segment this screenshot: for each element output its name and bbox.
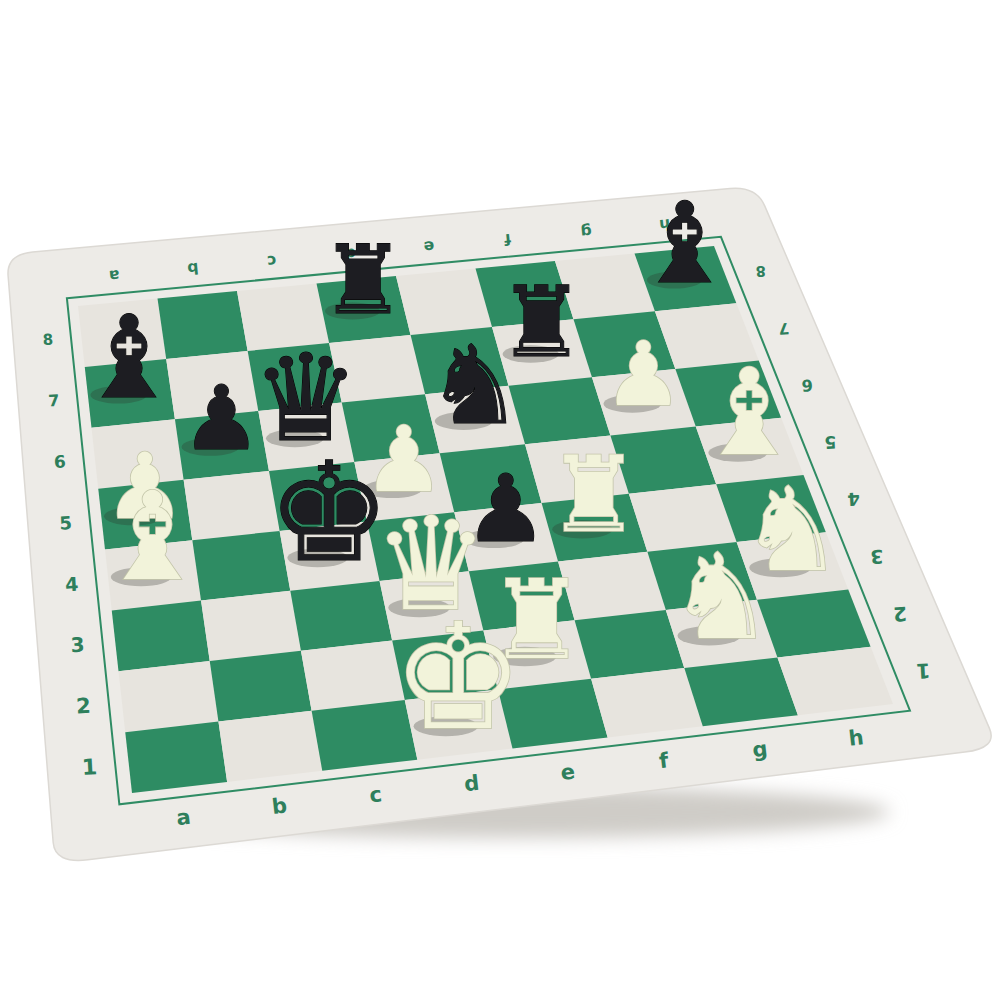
rank-label-left-5: 5 — [59, 512, 73, 534]
piece-glyph-bishop: ♝ — [78, 291, 180, 424]
file-label-far-e: e — [423, 237, 435, 256]
square-a1 — [125, 721, 227, 793]
rank-label-right-3: 3 — [870, 546, 884, 568]
piece-black-rook-d8: ♜ — [320, 224, 406, 335]
file-label-near-g: g — [751, 737, 769, 763]
square-b3 — [201, 591, 301, 661]
piece-glyph-bishop: ♝ — [98, 465, 208, 608]
square-b2 — [210, 651, 312, 722]
piece-black-bishop-a7: ♝ — [78, 291, 180, 424]
chessboard-svg: aabbccddeeffgghh8877665544332211♜♝♝♜♟♛♞♟… — [0, 0, 1000, 1000]
square-b1 — [218, 711, 322, 782]
piece-black-pawn-b6: ♟ — [182, 366, 262, 470]
piece-white-knight-g2: ♞ — [668, 528, 774, 666]
rank-label-right-4: 4 — [847, 489, 861, 511]
product-photo-chess-set: aabbccddeeffgghh8877665544332211♜♝♝♜♟♛♞♟… — [0, 0, 1000, 1000]
rank-label-left-2: 2 — [76, 694, 92, 719]
piece-white-bishop-a4: ♝ — [98, 465, 208, 608]
piece-white-king-d1: ♚ — [392, 592, 524, 763]
rank-label-right-7: 7 — [778, 319, 790, 338]
piece-glyph-king: ♚ — [392, 592, 524, 763]
file-label-far-g: g — [580, 222, 593, 241]
piece-glyph-pawn: ♟ — [182, 366, 262, 470]
square-a3 — [112, 601, 210, 672]
piece-black-bishop-h8: ♝ — [635, 178, 735, 308]
file-label-far-a: a — [108, 266, 120, 285]
piece-glyph-pawn: ♟ — [603, 322, 683, 426]
file-label-near-e: e — [559, 759, 576, 784]
file-label-near-a: a — [175, 805, 192, 830]
piece-white-rook-f4: ♜ — [547, 434, 641, 556]
rank-label-left-6: 6 — [53, 451, 66, 472]
rank-label-left-8: 8 — [42, 330, 53, 349]
piece-white-pawn-g6: ♟ — [603, 322, 683, 426]
rank-label-left-3: 3 — [70, 633, 85, 658]
rank-label-left-7: 7 — [48, 391, 60, 411]
piece-glyph-rook: ♜ — [320, 224, 406, 335]
rank-label-left-1: 1 — [81, 754, 98, 780]
rank-label-right-1: 1 — [915, 658, 931, 683]
square-g1 — [684, 657, 798, 726]
piece-glyph-rook: ♜ — [547, 434, 641, 556]
square-c2 — [301, 641, 405, 711]
file-label-far-b: b — [187, 259, 200, 278]
rank-label-right-8: 8 — [755, 263, 766, 280]
file-label-near-d: d — [463, 771, 481, 797]
file-label-far-c: c — [266, 252, 277, 271]
piece-glyph-bishop: ♝ — [635, 178, 735, 308]
chessboard: aabbccddeeffgghh8877665544332211♜♝♝♜♟♛♞♟… — [0, 0, 1000, 1000]
rank-label-left-4: 4 — [64, 573, 78, 596]
square-a2 — [119, 661, 219, 732]
file-label-near-b: b — [271, 793, 289, 819]
rank-label-right-5: 5 — [824, 432, 837, 453]
file-label-near-h: h — [847, 725, 865, 751]
rank-label-right-2: 2 — [893, 602, 908, 626]
piece-glyph-knight: ♞ — [668, 528, 774, 666]
square-f1 — [591, 668, 703, 737]
